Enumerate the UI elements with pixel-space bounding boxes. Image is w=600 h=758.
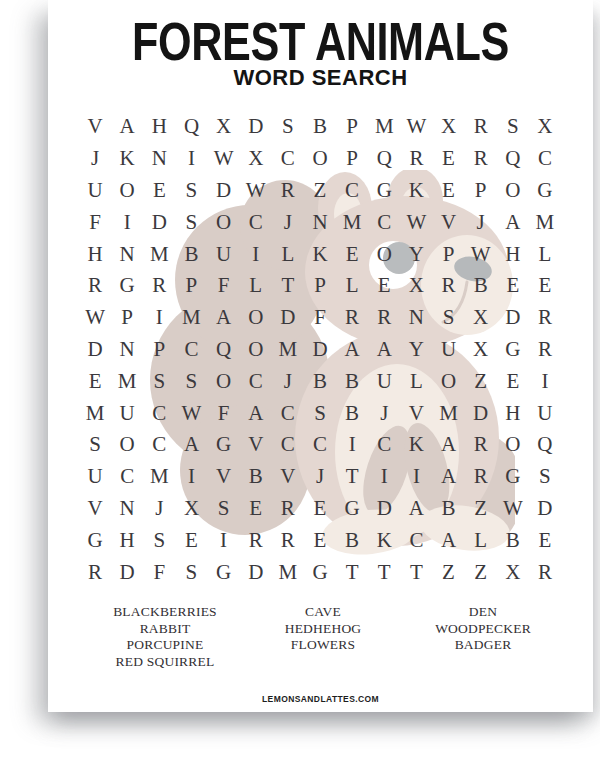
grid-cell: D	[368, 493, 400, 525]
grid-cell: E	[304, 524, 336, 556]
grid-cell: S	[497, 111, 529, 143]
word-item: HEDHEHOG	[285, 621, 362, 638]
grid-cell: E	[175, 524, 207, 556]
grid-cell: C	[143, 397, 175, 429]
grid-cell: T	[368, 556, 400, 588]
word-list-column: DENWOODPECKERBADGER	[435, 604, 531, 654]
grid-cell: C	[111, 461, 143, 493]
grid-cell: S	[79, 429, 111, 461]
grid-cell: W	[400, 111, 432, 143]
grid-cell: H	[143, 111, 175, 143]
grid-cell: R	[529, 302, 561, 334]
footer-credit: LEMONSANDLATTES.COM	[48, 694, 593, 704]
grid-cell: G	[304, 556, 336, 588]
grid-cell: O	[240, 302, 272, 334]
word-item: FLOWERS	[285, 637, 362, 654]
grid-cell: I	[240, 238, 272, 270]
grid-cell: D	[465, 397, 497, 429]
grid-cell: R	[79, 556, 111, 588]
grid-cell: W	[400, 206, 432, 238]
grid-cell: Z	[304, 175, 336, 207]
word-item: BLACKBERRIES	[113, 604, 217, 621]
grid-cell: G	[208, 429, 240, 461]
grid-cell: X	[400, 270, 432, 302]
grid-cell: Q	[497, 143, 529, 175]
grid-cell: P	[143, 334, 175, 366]
grid-cell: D	[143, 206, 175, 238]
grid-cell: V	[240, 429, 272, 461]
page-subtitle: WORD SEARCH	[48, 65, 593, 91]
grid-cell: H	[497, 397, 529, 429]
grid-cell: K	[111, 143, 143, 175]
grid-cell: I	[529, 365, 561, 397]
grid-cell: M	[529, 206, 561, 238]
grid-cell: X	[529, 111, 561, 143]
grid-cell: Q	[208, 334, 240, 366]
grid-cell: S	[175, 365, 207, 397]
grid-cell: E	[336, 238, 368, 270]
grid-cell: A	[111, 111, 143, 143]
grid-cell: E	[143, 175, 175, 207]
grid-cell: D	[111, 556, 143, 588]
grid-cell: O	[497, 429, 529, 461]
grid-cell: T	[336, 461, 368, 493]
page-title: FOREST ANIMALS	[132, 14, 509, 68]
grid-cell: P	[304, 270, 336, 302]
grid-cell: R	[432, 270, 464, 302]
grid-cell: G	[111, 270, 143, 302]
grid-cell: X	[465, 302, 497, 334]
grid-cell: B	[497, 524, 529, 556]
grid-cell: H	[111, 524, 143, 556]
grid-cell: P	[432, 238, 464, 270]
grid-cell: S	[304, 397, 336, 429]
grid-cell: Y	[400, 334, 432, 366]
grid-cell: O	[304, 143, 336, 175]
grid-cell: T	[272, 270, 304, 302]
grid-cell: R	[240, 524, 272, 556]
grid-cell: R	[79, 270, 111, 302]
grid-cell: V	[79, 493, 111, 525]
word-item: PORCUPINE	[113, 637, 217, 654]
word-list-column: CAVEHEDHEHOGFLOWERS	[285, 604, 362, 654]
grid-cell: Z	[465, 556, 497, 588]
grid-cell: O	[208, 365, 240, 397]
grid-cell: A	[175, 429, 207, 461]
grid-cell: I	[336, 429, 368, 461]
grid-cell: H	[79, 238, 111, 270]
grid-cell: R	[272, 524, 304, 556]
grid-cell: J	[304, 461, 336, 493]
grid-cell: M	[111, 365, 143, 397]
grid-cell: B	[240, 461, 272, 493]
grid-cell: I	[400, 461, 432, 493]
grid-cell: K	[368, 524, 400, 556]
grid-cell: A	[368, 334, 400, 366]
word-item: CAVE	[285, 604, 362, 621]
grid-cell: C	[368, 429, 400, 461]
grid-cell: L	[465, 524, 497, 556]
grid-cell: U	[111, 397, 143, 429]
word-list: BLACKBERRIESRABBITPORCUPINERED SQUIRRELC…	[48, 604, 593, 679]
grid-cell: C	[272, 143, 304, 175]
grid-cell: R	[272, 493, 304, 525]
grid-cell: C	[368, 206, 400, 238]
grid-cell: C	[529, 143, 561, 175]
grid-cell: F	[143, 556, 175, 588]
grid-cell: A	[208, 302, 240, 334]
grid-cell: G	[208, 556, 240, 588]
grid-cell: O	[432, 365, 464, 397]
grid-cell: P	[111, 302, 143, 334]
grid-cell: U	[368, 365, 400, 397]
grid-cell: M	[143, 238, 175, 270]
grid-cell: B	[336, 524, 368, 556]
grid-cell: W	[497, 493, 529, 525]
grid-cell: Q	[175, 111, 207, 143]
grid-cell: S	[529, 461, 561, 493]
grid-cell: O	[497, 175, 529, 207]
grid-cell: H	[497, 238, 529, 270]
grid-cell: G	[497, 461, 529, 493]
grid-cell: C	[240, 206, 272, 238]
page-header: FOREST ANIMALS	[48, 0, 593, 68]
grid-cell: G	[79, 524, 111, 556]
grid-cell: M	[175, 302, 207, 334]
grid-cell: I	[208, 524, 240, 556]
grid-cell: A	[432, 429, 464, 461]
word-item: RABBIT	[113, 621, 217, 638]
grid-cell: E	[497, 270, 529, 302]
grid-cell: Z	[465, 493, 497, 525]
grid-cell: A	[336, 334, 368, 366]
grid-cell: P	[336, 143, 368, 175]
grid-cell: L	[529, 238, 561, 270]
grid-cell: E	[432, 175, 464, 207]
grid-cell: X	[175, 493, 207, 525]
grid-cell: L	[400, 365, 432, 397]
grid-cell: Q	[368, 143, 400, 175]
word-item: RED SQUIRREL	[113, 654, 217, 671]
grid-cell: P	[465, 175, 497, 207]
grid-cell: R	[529, 556, 561, 588]
grid-cell: M	[79, 397, 111, 429]
grid-cell: D	[497, 302, 529, 334]
grid-cell: X	[208, 111, 240, 143]
grid-cell: M	[432, 397, 464, 429]
grid-cell: D	[79, 334, 111, 366]
grid-cell: R	[465, 143, 497, 175]
grid-cell: E	[529, 270, 561, 302]
grid-cell: S	[143, 524, 175, 556]
grid-cell: I	[175, 461, 207, 493]
grid-cell: M	[272, 556, 304, 588]
grid-cell: D	[304, 334, 336, 366]
grid-cell: W	[465, 238, 497, 270]
word-item: DEN	[435, 604, 531, 621]
grid-cell: M	[336, 206, 368, 238]
grid-cell: X	[465, 334, 497, 366]
grid-cell: U	[208, 238, 240, 270]
word-item: BADGER	[435, 637, 531, 654]
grid-cell: L	[272, 238, 304, 270]
grid-cell: A	[497, 206, 529, 238]
grid-cell: B	[336, 365, 368, 397]
grid-cell: D	[208, 175, 240, 207]
grid-cell: R	[465, 461, 497, 493]
grid-cell: I	[143, 302, 175, 334]
grid-cell: J	[368, 397, 400, 429]
grid-cell: N	[111, 238, 143, 270]
grid-cell: E	[432, 143, 464, 175]
grid-cell: U	[79, 461, 111, 493]
grid-cell: S	[143, 365, 175, 397]
grid-cell: J	[143, 493, 175, 525]
grid-cell: E	[240, 493, 272, 525]
grid-cell: U	[432, 334, 464, 366]
grid-cell: G	[336, 493, 368, 525]
grid-cell: I	[368, 461, 400, 493]
grid-cell: N	[304, 206, 336, 238]
grid-cell: U	[79, 175, 111, 207]
grid-cell: B	[336, 397, 368, 429]
grid-cell: M	[368, 111, 400, 143]
grid-cell: Y	[400, 238, 432, 270]
grid-cell: R	[529, 334, 561, 366]
grid-cell: Z	[465, 365, 497, 397]
grid-cell: D	[240, 556, 272, 588]
grid-cell: B	[432, 493, 464, 525]
word-search-grid: VAHQXDSBPMWXRSXJKNIWXCOPQRERQCUOESDWRZCG…	[79, 111, 561, 588]
grid-cell: K	[400, 429, 432, 461]
grid-cell: C	[272, 397, 304, 429]
grid-cell: W	[79, 302, 111, 334]
grid-cell: V	[272, 461, 304, 493]
grid-cell: L	[240, 270, 272, 302]
grid-cell: G	[529, 175, 561, 207]
grid-cell: R	[465, 429, 497, 461]
grid-cell: T	[400, 556, 432, 588]
grid-cell: L	[336, 270, 368, 302]
grid-cell: B	[304, 365, 336, 397]
grid-cell: W	[240, 175, 272, 207]
grid-cell: R	[336, 302, 368, 334]
grid-cell: O	[111, 429, 143, 461]
grid-cell: A	[240, 397, 272, 429]
grid-cell: W	[208, 143, 240, 175]
grid-cell: R	[143, 270, 175, 302]
grid-cell: M	[272, 334, 304, 366]
grid-cell: O	[208, 206, 240, 238]
grid-cell: V	[432, 206, 464, 238]
grid-cell: E	[497, 365, 529, 397]
grid-cell: S	[175, 556, 207, 588]
grid-cell: V	[208, 461, 240, 493]
grid-cell: K	[304, 238, 336, 270]
grid-cell: I	[111, 206, 143, 238]
grid-cell: Q	[529, 429, 561, 461]
grid-cell: B	[304, 111, 336, 143]
grid-cell: F	[208, 270, 240, 302]
grid-cell: F	[208, 397, 240, 429]
grid-cell: G	[368, 175, 400, 207]
grid-cell: S	[175, 206, 207, 238]
grid-cell: X	[497, 556, 529, 588]
grid-cell: P	[336, 111, 368, 143]
grid-cell: C	[240, 365, 272, 397]
grid-cell: B	[465, 270, 497, 302]
grid-cell: E	[529, 524, 561, 556]
grid-cell: J	[465, 206, 497, 238]
grid-cell: E	[304, 493, 336, 525]
grid-cell: F	[79, 206, 111, 238]
grid-cell: O	[240, 334, 272, 366]
grid-cell: R	[465, 111, 497, 143]
grid-cell: C	[272, 429, 304, 461]
grid-cell: M	[143, 461, 175, 493]
grid-cell: A	[432, 524, 464, 556]
grid-cell: C	[336, 175, 368, 207]
grid-cell: A	[432, 461, 464, 493]
grid-cell: G	[497, 334, 529, 366]
grid-cell: E	[79, 365, 111, 397]
grid-cell: O	[368, 238, 400, 270]
grid-cell: Z	[432, 556, 464, 588]
grid-cell: T	[336, 556, 368, 588]
grid-cell: O	[111, 175, 143, 207]
grid-cell: N	[400, 302, 432, 334]
grid-cell: N	[143, 143, 175, 175]
grid-cell: V	[400, 397, 432, 429]
grid-cell: N	[111, 334, 143, 366]
grid-cell: J	[79, 143, 111, 175]
grid-cell: A	[400, 493, 432, 525]
grid-cell: K	[400, 175, 432, 207]
grid-cell: X	[432, 111, 464, 143]
grid-cell: R	[368, 302, 400, 334]
grid-cell: C	[143, 429, 175, 461]
word-item: WOODPECKER	[435, 621, 531, 638]
grid-cell: D	[240, 111, 272, 143]
grid-cell: S	[208, 493, 240, 525]
grid-cell: C	[175, 334, 207, 366]
grid-cell: U	[529, 397, 561, 429]
grid-cell: C	[304, 429, 336, 461]
grid-cell: S	[175, 175, 207, 207]
worksheet-page: FOREST ANIMALS WORD SEARCH	[48, 0, 593, 712]
grid-cell: N	[111, 493, 143, 525]
grid-cell: F	[304, 302, 336, 334]
grid-cell: S	[432, 302, 464, 334]
grid-cell: C	[400, 524, 432, 556]
grid-cell: J	[272, 206, 304, 238]
grid-cell: V	[79, 111, 111, 143]
word-list-column: BLACKBERRIESRABBITPORCUPINERED SQUIRREL	[113, 604, 217, 670]
grid-cell: S	[272, 111, 304, 143]
grid-cell: D	[272, 302, 304, 334]
grid-cell: J	[272, 365, 304, 397]
grid-cell: R	[400, 143, 432, 175]
grid-cell: X	[240, 143, 272, 175]
grid-cell: P	[175, 270, 207, 302]
grid-cell: I	[175, 143, 207, 175]
grid-cell: W	[175, 397, 207, 429]
grid-cell: R	[272, 175, 304, 207]
grid-cell: E	[368, 270, 400, 302]
grid-cell: B	[175, 238, 207, 270]
grid-cell: D	[529, 493, 561, 525]
